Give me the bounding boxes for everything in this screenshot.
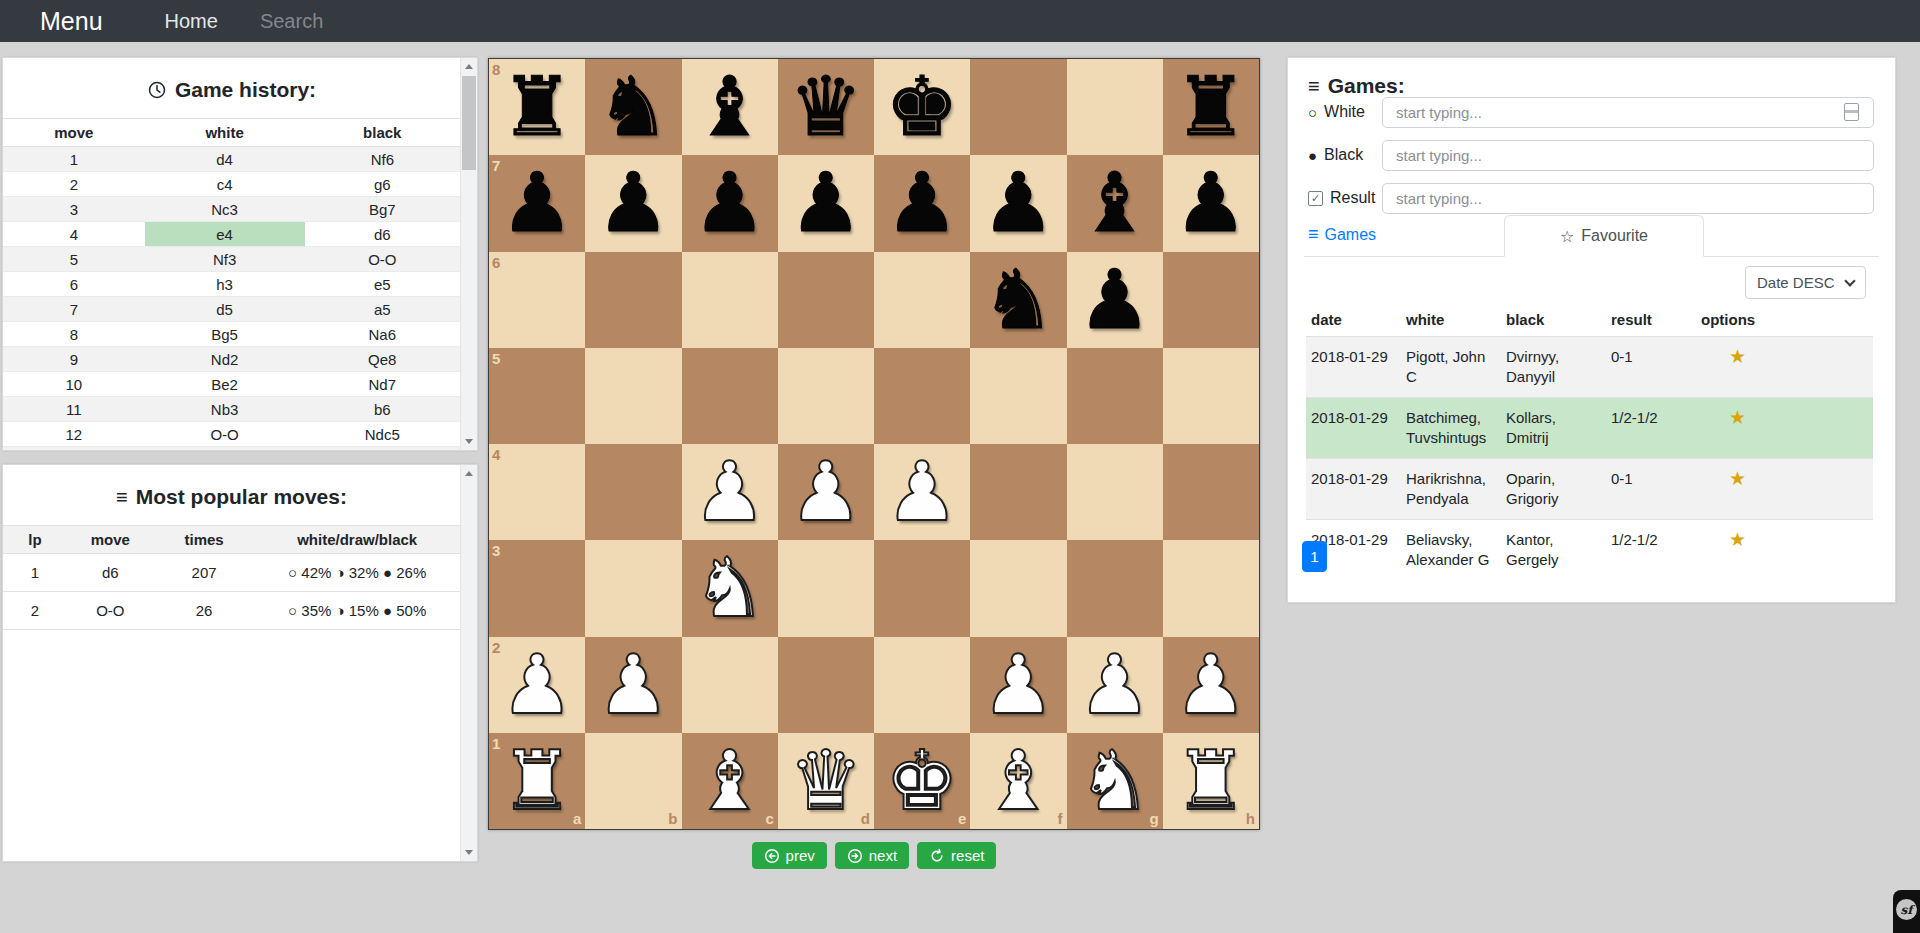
square-d4[interactable]: ♟ — [778, 444, 874, 540]
game-row[interactable]: 2018-01-29Beliavsky, Alexander GKantor, … — [1306, 520, 1873, 581]
next-circle-arrow-icon — [847, 848, 863, 864]
square-a3[interactable]: 3 — [489, 540, 585, 636]
square-a5[interactable]: 5 — [489, 348, 585, 444]
move-cell[interactable]: e4 — [145, 222, 305, 247]
clock-icon — [147, 80, 167, 100]
prev-circle-arrow-icon — [764, 848, 780, 864]
move-cell[interactable]: O-O — [67, 592, 154, 630]
move-cell[interactable]: Nd7 — [305, 372, 460, 397]
move-cell[interactable]: Qe8 — [305, 347, 460, 372]
move-cell[interactable]: Nf3 — [145, 247, 305, 272]
games-column-header: options — [1696, 303, 1873, 337]
list-icon: ≡ — [1308, 75, 1320, 98]
history-row[interactable]: 6h3e5 — [3, 272, 460, 297]
square-h4[interactable] — [1163, 444, 1259, 540]
move-cell[interactable]: Nxc5 — [145, 447, 305, 452]
square-b1[interactable]: b — [585, 733, 681, 829]
square-c2[interactable] — [682, 637, 778, 733]
black-circle-icon: ● — [1308, 147, 1317, 164]
lp-cell: 2 — [3, 592, 67, 630]
piece-black-p-d7[interactable]: ♟ — [778, 155, 874, 251]
piece-white-p-e4[interactable]: ♟ — [874, 444, 970, 540]
popular-moves-title: ≡ Most popular moves: — [3, 465, 460, 525]
white-circle-icon: ○ — [1308, 104, 1317, 121]
half-circle-icon: ◑ — [331, 564, 348, 581]
square-f2[interactable]: ♟ — [970, 637, 1066, 733]
games-panel: ≡ Games: ○ White ● Black ✓ Result ≡ Game… — [1287, 57, 1896, 603]
history-row[interactable]: 1d4Nf6 — [3, 147, 460, 172]
symfony-toolbar-button[interactable]: sf — [1893, 890, 1920, 933]
piece-white-p-c4[interactable]: ♟ — [682, 444, 778, 540]
game-history-card: Game history: movewhiteblack 1d4Nf62c4g6… — [2, 57, 478, 451]
history-scrollbar[interactable] — [460, 58, 477, 450]
chess-board: 8♜♞♝♛♚♜7♟♟♟♟♟♟♝♟6♞♟54♟♟♟3♞2♟♟♟♟♟1a♜bc♝d♛… — [488, 58, 1260, 830]
square-c8[interactable]: ♝ — [682, 59, 778, 155]
lp-cell: 1 — [3, 554, 67, 592]
square-g4[interactable] — [1067, 444, 1163, 540]
history-scrollbar-thumb[interactable] — [462, 76, 476, 170]
square-d5[interactable] — [778, 348, 874, 444]
history-row[interactable]: 13Nxc5Nxc5 — [3, 447, 460, 452]
date-cell: 2018-01-29 — [1306, 398, 1401, 459]
options-cell: ★ — [1696, 459, 1873, 520]
move-cell[interactable]: Nd2 — [145, 347, 305, 372]
result-filter-label: ✓ Result — [1308, 183, 1375, 213]
nav-home-link[interactable]: Home — [165, 10, 218, 33]
black-circle-icon: ● — [379, 564, 396, 581]
result-cell: 1/2-1/2 — [1606, 398, 1696, 459]
square-d6[interactable] — [778, 252, 874, 348]
piece-black-n-b8[interactable]: ♞ — [585, 59, 681, 155]
square-d2[interactable] — [778, 637, 874, 733]
options-cell: ★ — [1696, 398, 1873, 459]
square-g6[interactable]: ♟ — [1067, 252, 1163, 348]
history-header-row: movewhiteblack — [3, 119, 460, 147]
square-d8[interactable]: ♛ — [778, 59, 874, 155]
games-column-header: white — [1401, 303, 1501, 337]
result-cell: 0-1 — [1606, 459, 1696, 520]
move-number-cell: 10 — [3, 372, 145, 397]
move-cell[interactable]: Nb3 — [145, 397, 305, 422]
piece-black-p-e7[interactable]: ♟ — [874, 155, 970, 251]
piece-black-p-a7[interactable]: ♟ — [489, 155, 585, 251]
popular-header-row: lpmovetimeswhite/draw/black — [3, 526, 460, 554]
white-circle-icon: ○ — [288, 564, 301, 581]
white-percentage: 35% — [301, 602, 331, 619]
history-row[interactable]: 11Nb3b6 — [3, 397, 460, 422]
square-g8[interactable] — [1067, 59, 1163, 155]
square-e8[interactable]: ♚ — [874, 59, 970, 155]
popular-row[interactable]: 1d6207○ 42% ◑ 32% ● 26% — [3, 554, 460, 592]
history-row[interactable]: 8Bg5Na6 — [3, 322, 460, 347]
white-cell: Harikrishna, Pendyala — [1401, 459, 1501, 520]
scroll-down-arrow-icon[interactable] — [461, 845, 477, 860]
options-cell: ★ — [1696, 520, 1873, 581]
square-a7[interactable]: 7♟ — [489, 155, 585, 251]
square-g5[interactable] — [1067, 348, 1163, 444]
draw-percentage: 15% — [349, 602, 379, 619]
square-e6[interactable] — [874, 252, 970, 348]
square-h7[interactable]: ♟ — [1163, 155, 1259, 251]
games-column-header: black — [1501, 303, 1606, 337]
piece-black-b-g7[interactable]: ♝ — [1067, 155, 1163, 251]
piece-white-p-f2[interactable]: ♟ — [970, 637, 1066, 733]
options-cell: ★ — [1696, 337, 1873, 398]
history-row[interactable]: 3Nc3Bg7 — [3, 197, 460, 222]
favourite-star-icon[interactable]: ★ — [1701, 407, 1746, 428]
move-number-cell: 6 — [3, 272, 145, 297]
move-cell[interactable]: Ndc5 — [305, 422, 460, 447]
move-cell[interactable]: Nc3 — [145, 197, 305, 222]
game-history-table: movewhiteblack 1d4Nf62c4g63Nc3Bg74e4d65N… — [3, 118, 460, 451]
popular-column-header: lp — [3, 526, 67, 554]
square-f8[interactable] — [970, 59, 1066, 155]
square-c5[interactable] — [682, 348, 778, 444]
square-g1[interactable]: g♞ — [1067, 733, 1163, 829]
square-e1[interactable]: e♚ — [874, 733, 970, 829]
square-b7[interactable]: ♟ — [585, 155, 681, 251]
result-cell: 0-1 — [1606, 337, 1696, 398]
square-f7[interactable]: ♟ — [970, 155, 1066, 251]
white-cell: Pigott, John C — [1401, 337, 1501, 398]
move-number-cell: 13 — [3, 447, 145, 452]
piece-black-p-f7[interactable]: ♟ — [970, 155, 1066, 251]
move-cell[interactable]: Nxc5 — [305, 447, 460, 452]
piece-white-b-f1[interactable]: ♝ — [970, 733, 1066, 829]
date-cell: 2018-01-29 — [1306, 337, 1401, 398]
reset-button[interactable]: reset — [917, 842, 996, 869]
black-filter-input[interactable] — [1382, 140, 1874, 171]
game-row[interactable]: 2018-01-29Harikrishna, PendyalaOparin, G… — [1306, 459, 1873, 520]
history-row[interactable]: 10Be2Nd7 — [3, 372, 460, 397]
move-cell[interactable]: Nf6 — [305, 147, 460, 172]
square-b6[interactable] — [585, 252, 681, 348]
move-cell[interactable]: d4 — [145, 147, 305, 172]
black-circle-icon: ● — [379, 602, 396, 619]
square-d3[interactable] — [778, 540, 874, 636]
square-h8[interactable]: ♜ — [1163, 59, 1259, 155]
rank-label: 5 — [492, 351, 500, 366]
result-filter-input[interactable] — [1382, 183, 1874, 214]
square-f5[interactable] — [970, 348, 1066, 444]
list-icon: ≡ — [1308, 224, 1319, 245]
square-a1[interactable]: 1a♜ — [489, 733, 585, 829]
games-column-header: result — [1606, 303, 1696, 337]
brand-link[interactable]: Menu — [40, 7, 103, 36]
square-a4[interactable]: 4 — [489, 444, 585, 540]
square-b3[interactable] — [585, 540, 681, 636]
move-number-cell: 3 — [3, 197, 145, 222]
scroll-down-arrow-icon[interactable] — [461, 434, 477, 449]
square-h3[interactable] — [1163, 540, 1259, 636]
move-number-cell: 4 — [3, 222, 145, 247]
square-g7[interactable]: ♝ — [1067, 155, 1163, 251]
piece-white-p-h2[interactable]: ♟ — [1163, 637, 1259, 733]
popular-column-header: white/draw/black — [254, 526, 460, 554]
tab-favourite[interactable]: ☆ Favourite — [1504, 215, 1704, 257]
move-cell[interactable]: O-O — [145, 422, 305, 447]
page-1-button[interactable]: 1 — [1302, 541, 1327, 572]
square-c7[interactable]: ♟ — [682, 155, 778, 251]
piece-white-q-d1[interactable]: ♛ — [778, 733, 874, 829]
popular-row[interactable]: 2O-O26○ 35% ◑ 15% ● 50% — [3, 592, 460, 630]
move-cell[interactable]: b6 — [305, 397, 460, 422]
square-c3[interactable]: ♞ — [682, 540, 778, 636]
move-number-cell: 7 — [3, 297, 145, 322]
black-cell: Dvirnyy, Danyyil — [1501, 337, 1606, 398]
white-filter-label: ○ White — [1308, 97, 1365, 127]
square-b8[interactable]: ♞ — [585, 59, 681, 155]
times-cell: 207 — [154, 554, 255, 592]
piece-white-p-g2[interactable]: ♟ — [1067, 637, 1163, 733]
square-f1[interactable]: f♝ — [970, 733, 1066, 829]
favourite-star-icon[interactable]: ★ — [1701, 529, 1746, 550]
checkbox-check-icon: ✓ — [1308, 191, 1323, 206]
square-c6[interactable] — [682, 252, 778, 348]
move-number-cell: 2 — [3, 172, 145, 197]
piece-black-n-f6[interactable]: ♞ — [970, 252, 1066, 348]
rank-label: 4 — [492, 447, 500, 462]
piece-black-r-h8[interactable]: ♜ — [1163, 59, 1259, 155]
popular-column-header: times — [154, 526, 255, 554]
piece-white-r-h1[interactable]: ♜ — [1163, 733, 1259, 829]
square-e5[interactable] — [874, 348, 970, 444]
piece-white-r-a1[interactable]: ♜ — [489, 733, 585, 829]
games-column-header: date — [1306, 303, 1401, 337]
rank-label: 6 — [492, 255, 500, 270]
piece-white-n-g1[interactable]: ♞ — [1067, 733, 1163, 829]
board-controls: prev next reset — [488, 842, 1260, 869]
popular-scrollbar[interactable] — [460, 465, 477, 861]
square-f4[interactable] — [970, 444, 1066, 540]
piece-white-p-a2[interactable]: ♟ — [489, 637, 585, 733]
chevron-down-icon — [1844, 275, 1855, 286]
date-cell: 2018-01-29 — [1306, 459, 1401, 520]
half-circle-icon: ◑ — [331, 602, 348, 619]
square-a2[interactable]: 2♟ — [489, 637, 585, 733]
piece-white-p-b2[interactable]: ♟ — [585, 637, 681, 733]
move-number-cell: 1 — [3, 147, 145, 172]
white-circle-icon: ○ — [288, 602, 301, 619]
black-cell: Kollars, Dmitrij — [1501, 398, 1606, 459]
square-c1[interactable]: c♝ — [682, 733, 778, 829]
black-filter-label: ● Black — [1308, 140, 1363, 170]
piece-black-p-c7[interactable]: ♟ — [682, 155, 778, 251]
history-column-header: black — [305, 119, 460, 147]
scroll-up-arrow-icon[interactable] — [461, 59, 477, 74]
percentages-cell: ○ 35% ◑ 15% ● 50% — [254, 592, 460, 630]
history-row[interactable]: 9Nd2Qe8 — [3, 347, 460, 372]
square-g3[interactable] — [1067, 540, 1163, 636]
result-cell: 1/2-1/2 — [1606, 520, 1696, 581]
square-d7[interactable]: ♟ — [778, 155, 874, 251]
white-percentage: 42% — [301, 564, 331, 581]
games-panel-title: ≡ Games: — [1308, 74, 1895, 98]
white-filter-input[interactable] — [1382, 97, 1874, 128]
game-row[interactable]: 2018-01-29Pigott, John CDvirnyy, Danyyil… — [1306, 337, 1873, 398]
history-row[interactable]: 2c4g6 — [3, 172, 460, 197]
times-cell: 26 — [154, 592, 255, 630]
move-cell[interactable]: g6 — [305, 172, 460, 197]
piece-white-p-d4[interactable]: ♟ — [778, 444, 874, 540]
black-cell: Oparin, Grigoriy — [1501, 459, 1606, 520]
square-a8[interactable]: 8♜ — [489, 59, 585, 155]
history-row[interactable]: 5Nf3O-O — [3, 247, 460, 272]
square-a6[interactable]: 6 — [489, 252, 585, 348]
move-number-cell: 9 — [3, 347, 145, 372]
piece-black-p-h7[interactable]: ♟ — [1163, 155, 1259, 251]
square-b4[interactable] — [585, 444, 681, 540]
game-row[interactable]: 2018-01-29Batchimeg, TuvshintugsKollars,… — [1306, 398, 1873, 459]
square-h2[interactable]: ♟ — [1163, 637, 1259, 733]
piece-white-b-c1[interactable]: ♝ — [682, 733, 778, 829]
square-e4[interactable]: ♟ — [874, 444, 970, 540]
move-cell[interactable]: c4 — [145, 172, 305, 197]
tab-games[interactable]: ≡ Games — [1308, 224, 1376, 245]
white-cell: Beliavsky, Alexander G — [1401, 520, 1501, 581]
percentages-cell: ○ 42% ◑ 32% ● 26% — [254, 554, 460, 592]
rank-label: 3 — [492, 543, 500, 558]
page: Menu Home Search Game history: movewhite… — [0, 0, 1920, 933]
draw-percentage: 32% — [349, 564, 379, 581]
black-cell: Kantor, Gergely — [1501, 520, 1606, 581]
next-button[interactable]: next — [835, 842, 909, 869]
popular-column-header: move — [67, 526, 154, 554]
piece-black-r-a8[interactable]: ♜ — [489, 59, 585, 155]
piece-white-k-e1[interactable]: ♚ — [874, 733, 970, 829]
square-b5[interactable] — [585, 348, 681, 444]
popular-moves-card: ≡ Most popular moves: lpmovetimeswhite/d… — [2, 464, 478, 862]
scroll-up-arrow-icon[interactable] — [461, 466, 477, 481]
square-e2[interactable] — [874, 637, 970, 733]
game-history-title: Game history: — [3, 58, 460, 118]
sort-select[interactable]: Date DESC — [1745, 266, 1866, 299]
move-cell[interactable]: d5 — [145, 297, 305, 322]
move-number-cell: 12 — [3, 422, 145, 447]
nav-search-link[interactable]: Search — [260, 10, 323, 33]
favourite-star-icon[interactable]: ★ — [1701, 468, 1746, 489]
autofill-icon[interactable] — [1844, 103, 1859, 121]
square-f3[interactable] — [970, 540, 1066, 636]
piece-black-k-e8[interactable]: ♚ — [874, 59, 970, 155]
history-column-header: white — [145, 119, 305, 147]
piece-black-p-g6[interactable]: ♟ — [1067, 252, 1163, 348]
square-f6[interactable]: ♞ — [970, 252, 1066, 348]
favourite-star-icon[interactable]: ★ — [1701, 346, 1746, 367]
move-cell[interactable]: Bg5 — [145, 322, 305, 347]
piece-black-b-c8[interactable]: ♝ — [682, 59, 778, 155]
move-cell[interactable]: Bg7 — [305, 197, 460, 222]
move-number-cell: 11 — [3, 397, 145, 422]
square-d1[interactable]: d♛ — [778, 733, 874, 829]
piece-black-p-b7[interactable]: ♟ — [585, 155, 681, 251]
move-cell[interactable]: d6 — [67, 554, 154, 592]
list-icon: ≡ — [116, 486, 128, 509]
square-e7[interactable]: ♟ — [874, 155, 970, 251]
popular-moves-table: lpmovetimeswhite/draw/black 1d6207○ 42% … — [3, 525, 460, 630]
square-h5[interactable] — [1163, 348, 1259, 444]
reset-refresh-icon — [929, 848, 945, 864]
move-number-cell: 5 — [3, 247, 145, 272]
move-cell[interactable]: h3 — [145, 272, 305, 297]
sf-logo-icon: sf — [1896, 899, 1917, 920]
move-cell[interactable]: Be2 — [145, 372, 305, 397]
piece-white-n-c3[interactable]: ♞ — [682, 540, 778, 636]
piece-black-q-d8[interactable]: ♛ — [778, 59, 874, 155]
star-outline-icon: ☆ — [1560, 227, 1574, 246]
black-percentage: 26% — [396, 564, 426, 581]
move-number-cell: 8 — [3, 322, 145, 347]
square-h1[interactable]: h♜ — [1163, 733, 1259, 829]
move-cell[interactable]: O-O — [305, 247, 460, 272]
prev-button[interactable]: prev — [752, 842, 827, 869]
navbar: Menu Home Search — [0, 0, 1920, 42]
move-cell[interactable]: a5 — [305, 297, 460, 322]
history-row[interactable]: 4e4d6 — [3, 222, 460, 247]
history-row[interactable]: 12O-ONdc5 — [3, 422, 460, 447]
games-header-row: datewhiteblackresultoptions — [1306, 303, 1873, 337]
black-percentage: 50% — [396, 602, 426, 619]
move-cell[interactable]: d6 — [305, 222, 460, 247]
square-c4[interactable]: ♟ — [682, 444, 778, 540]
move-cell[interactable]: e5 — [305, 272, 460, 297]
history-row[interactable]: 7d5a5 — [3, 297, 460, 322]
games-table: datewhiteblackresultoptions 2018-01-29Pi… — [1306, 303, 1873, 580]
move-cell[interactable]: Na6 — [305, 322, 460, 347]
square-h6[interactable] — [1163, 252, 1259, 348]
white-cell: Batchimeg, Tuvshintugs — [1401, 398, 1501, 459]
square-e3[interactable] — [874, 540, 970, 636]
file-label: b — [668, 811, 677, 826]
history-column-header: move — [3, 119, 145, 147]
square-g2[interactable]: ♟ — [1067, 637, 1163, 733]
square-b2[interactable]: ♟ — [585, 637, 681, 733]
